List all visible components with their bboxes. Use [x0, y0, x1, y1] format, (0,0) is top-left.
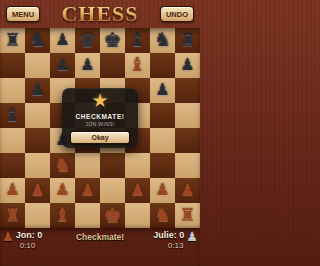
- square-d7[interactable]: ♟: [75, 53, 100, 78]
- piece-black-pawn-c8[interactable]: ♟: [55, 32, 69, 48]
- right-player-score: Julie: 0: [153, 230, 184, 240]
- square-b2[interactable]: ♟: [25, 178, 50, 203]
- piece-black-knight-g8[interactable]: ♞: [154, 30, 171, 49]
- square-h6[interactable]: [175, 78, 200, 103]
- square-c2[interactable]: ♟: [50, 178, 75, 203]
- square-f3[interactable]: [125, 153, 150, 178]
- square-h7[interactable]: ♟: [175, 53, 200, 78]
- square-b6[interactable]: ♟: [25, 78, 50, 103]
- square-c7[interactable]: ♟: [50, 53, 75, 78]
- piece-red-bishop-c1[interactable]: ♝: [54, 205, 71, 224]
- square-d1[interactable]: [75, 203, 100, 228]
- square-h5[interactable]: [175, 103, 200, 128]
- square-c3[interactable]: ♞: [50, 153, 75, 178]
- menu-button[interactable]: MENU: [6, 6, 40, 22]
- square-a4[interactable]: [0, 128, 25, 153]
- dialog-title: CHECKMATE!: [62, 113, 138, 120]
- square-d8[interactable]: ♛: [75, 28, 100, 53]
- star-icon: ★: [91, 91, 108, 110]
- square-h1[interactable]: ♜: [175, 203, 200, 228]
- piece-red-rook-h1[interactable]: ♜: [179, 206, 195, 224]
- piece-red-pawn-d2[interactable]: ♟: [80, 182, 94, 198]
- square-b4[interactable]: [25, 128, 50, 153]
- square-e7[interactable]: [100, 53, 125, 78]
- piece-black-queen-d8[interactable]: ♛: [79, 30, 97, 50]
- piece-red-bishop-f7[interactable]: ♝: [129, 55, 146, 74]
- okay-button[interactable]: Okay: [70, 131, 130, 144]
- right-player-block: Julie: 0 0:13 ♟: [151, 230, 198, 250]
- square-a2[interactable]: ♟: [0, 178, 25, 203]
- piece-red-king-e1[interactable]: ♚: [104, 205, 122, 225]
- piece-red-rook-a1[interactable]: ♜: [4, 206, 20, 224]
- square-g8[interactable]: ♞: [150, 28, 175, 53]
- square-h3[interactable]: [175, 153, 200, 178]
- status-bar: ♟ Jon: 0 0:10 Checkmate! Julie: 0 0:13 ♟: [0, 228, 200, 266]
- piece-black-bishop-a5[interactable]: ♝: [4, 105, 21, 124]
- square-a3[interactable]: [0, 153, 25, 178]
- piece-black-bishop-f8[interactable]: ♝: [129, 30, 146, 49]
- piece-black-king-e8[interactable]: ♚: [104, 30, 122, 50]
- square-f1[interactable]: [125, 203, 150, 228]
- piece-black-rook-a8[interactable]: ♜: [4, 31, 20, 49]
- square-a1[interactable]: ♜: [0, 203, 25, 228]
- square-f7[interactable]: ♝: [125, 53, 150, 78]
- square-h8[interactable]: ♜: [175, 28, 200, 53]
- silver-player-pawn-icon: ♟: [186, 230, 198, 244]
- piece-red-pawn-b2[interactable]: ♟: [30, 182, 44, 198]
- right-player-time: 0:13: [153, 241, 184, 250]
- piece-black-pawn-c7[interactable]: ♟: [55, 57, 69, 73]
- square-g6[interactable]: ♟: [150, 78, 175, 103]
- square-d2[interactable]: ♟: [75, 178, 100, 203]
- checkmate-dialog: ★ CHECKMATE! JON WINS! Okay: [62, 88, 138, 148]
- square-c8[interactable]: ♟: [50, 28, 75, 53]
- piece-red-pawn-a2[interactable]: ♟: [5, 182, 19, 198]
- dialog-subtitle: JON WINS!: [62, 121, 138, 127]
- undo-button[interactable]: UNDO: [160, 6, 194, 22]
- square-g2[interactable]: ♟: [150, 178, 175, 203]
- piece-red-pawn-f2[interactable]: ♟: [130, 182, 144, 198]
- square-d3[interactable]: [75, 153, 100, 178]
- square-e3[interactable]: [100, 153, 125, 178]
- square-a5[interactable]: ♝: [0, 103, 25, 128]
- square-f2[interactable]: ♟: [125, 178, 150, 203]
- square-g3[interactable]: [150, 153, 175, 178]
- square-e1[interactable]: ♚: [100, 203, 125, 228]
- left-player-time: 0:10: [16, 241, 43, 250]
- piece-red-knight-c3[interactable]: ♞: [54, 155, 71, 174]
- square-g4[interactable]: [150, 128, 175, 153]
- square-a8[interactable]: ♜: [0, 28, 25, 53]
- piece-black-rook-h8[interactable]: ♜: [179, 31, 195, 49]
- square-c1[interactable]: ♝: [50, 203, 75, 228]
- square-b7[interactable]: [25, 53, 50, 78]
- piece-red-knight-g1[interactable]: ♞: [154, 205, 171, 224]
- piece-red-pawn-c2[interactable]: ♟: [55, 182, 69, 198]
- piece-black-knight-b8[interactable]: ♞: [29, 30, 46, 49]
- square-f8[interactable]: ♝: [125, 28, 150, 53]
- piece-black-pawn-b6[interactable]: ♟: [30, 82, 44, 98]
- square-e8[interactable]: ♚: [100, 28, 125, 53]
- square-a7[interactable]: [0, 53, 25, 78]
- square-e2[interactable]: [100, 178, 125, 203]
- square-b3[interactable]: [25, 153, 50, 178]
- square-h4[interactable]: [175, 128, 200, 153]
- square-b8[interactable]: ♞: [25, 28, 50, 53]
- square-g7[interactable]: [150, 53, 175, 78]
- piece-red-pawn-h2[interactable]: ♟: [180, 182, 194, 198]
- square-g5[interactable]: [150, 103, 175, 128]
- top-bar: CHESS MENU UNDO: [0, 0, 200, 28]
- piece-black-pawn-d7[interactable]: ♟: [80, 57, 94, 73]
- square-g1[interactable]: ♞: [150, 203, 175, 228]
- piece-black-pawn-g6[interactable]: ♟: [155, 82, 169, 98]
- piece-black-pawn-h7[interactable]: ♟: [180, 57, 194, 73]
- piece-red-pawn-g2[interactable]: ♟: [155, 182, 169, 198]
- square-b5[interactable]: [25, 103, 50, 128]
- square-h2[interactable]: ♟: [175, 178, 200, 203]
- square-a6[interactable]: [0, 78, 25, 103]
- square-b1[interactable]: [25, 203, 50, 228]
